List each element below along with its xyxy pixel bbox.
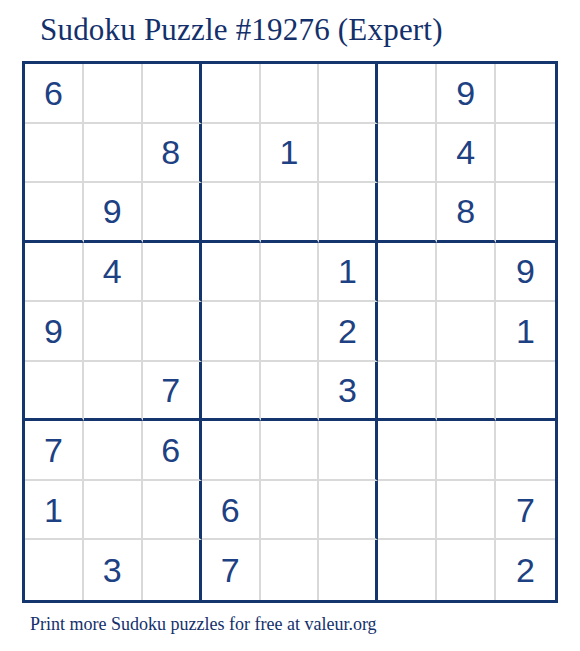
sudoku-cell-r3c4[interactable] <box>202 183 261 243</box>
sudoku-cell-r4c6[interactable]: 1 <box>319 243 378 303</box>
sudoku-cell-r1c6[interactable] <box>319 64 378 124</box>
sudoku-cell-r1c2[interactable] <box>84 64 143 124</box>
sudoku-cell-r5c3[interactable] <box>143 302 202 362</box>
sudoku-cell-r1c7[interactable] <box>378 64 437 124</box>
sudoku-cell-r7c3[interactable]: 6 <box>143 421 202 481</box>
sudoku-cell-r2c8[interactable]: 4 <box>437 124 496 184</box>
sudoku-cell-r3c3[interactable] <box>143 183 202 243</box>
sudoku-cell-r8c3[interactable] <box>143 481 202 541</box>
sudoku-cell-r7c9[interactable] <box>496 421 555 481</box>
sudoku-cell-r6c5[interactable] <box>261 362 320 422</box>
sudoku-cell-r6c3[interactable]: 7 <box>143 362 202 422</box>
sudoku-cell-r2c6[interactable] <box>319 124 378 184</box>
sudoku-cell-r1c9[interactable] <box>496 64 555 124</box>
sudoku-cell-r8c8[interactable] <box>437 481 496 541</box>
sudoku-cell-r9c9[interactable]: 2 <box>496 540 555 600</box>
sudoku-cell-r1c5[interactable] <box>261 64 320 124</box>
sudoku-cell-r6c4[interactable] <box>202 362 261 422</box>
sudoku-cell-r3c6[interactable] <box>319 183 378 243</box>
sudoku-cell-r3c7[interactable] <box>378 183 437 243</box>
sudoku-cell-r4c1[interactable] <box>25 243 84 303</box>
sudoku-cell-r5c8[interactable] <box>437 302 496 362</box>
sudoku-cell-r9c7[interactable] <box>378 540 437 600</box>
sudoku-cell-r6c8[interactable] <box>437 362 496 422</box>
sudoku-cell-r6c2[interactable] <box>84 362 143 422</box>
sudoku-cell-r5c5[interactable] <box>261 302 320 362</box>
sudoku-cell-r8c7[interactable] <box>378 481 437 541</box>
sudoku-cell-r2c3[interactable]: 8 <box>143 124 202 184</box>
sudoku-cell-r2c9[interactable] <box>496 124 555 184</box>
sudoku-cell-r5c4[interactable] <box>202 302 261 362</box>
sudoku-cell-r5c7[interactable] <box>378 302 437 362</box>
sudoku-cell-r9c3[interactable] <box>143 540 202 600</box>
sudoku-cell-r3c1[interactable] <box>25 183 84 243</box>
sudoku-cell-r7c7[interactable] <box>378 421 437 481</box>
sudoku-cell-r5c9[interactable]: 1 <box>496 302 555 362</box>
sudoku-cell-r7c8[interactable] <box>437 421 496 481</box>
sudoku-cell-r1c3[interactable] <box>143 64 202 124</box>
sudoku-cell-r2c2[interactable] <box>84 124 143 184</box>
sudoku-cell-r6c1[interactable] <box>25 362 84 422</box>
sudoku-cell-r9c2[interactable]: 3 <box>84 540 143 600</box>
sudoku-cell-r3c5[interactable] <box>261 183 320 243</box>
sudoku-cell-r5c6[interactable]: 2 <box>319 302 378 362</box>
sudoku-cell-r7c4[interactable] <box>202 421 261 481</box>
sudoku-cell-r1c4[interactable] <box>202 64 261 124</box>
sudoku-cell-r8c4[interactable]: 6 <box>202 481 261 541</box>
sudoku-cell-r3c2[interactable]: 9 <box>84 183 143 243</box>
sudoku-cell-r8c1[interactable]: 1 <box>25 481 84 541</box>
sudoku-cell-r9c6[interactable] <box>319 540 378 600</box>
sudoku-page: Sudoku Puzzle #19276 (Expert) 6981498419… <box>0 0 580 651</box>
sudoku-cell-r9c1[interactable] <box>25 540 84 600</box>
sudoku-cell-r7c6[interactable] <box>319 421 378 481</box>
sudoku-cell-r2c1[interactable] <box>25 124 84 184</box>
sudoku-cell-r4c8[interactable] <box>437 243 496 303</box>
sudoku-cell-r5c1[interactable]: 9 <box>25 302 84 362</box>
sudoku-cell-r4c3[interactable] <box>143 243 202 303</box>
sudoku-cell-r4c2[interactable]: 4 <box>84 243 143 303</box>
sudoku-cell-r2c5[interactable]: 1 <box>261 124 320 184</box>
sudoku-board: 69814984199217376167372 <box>22 61 558 603</box>
sudoku-cell-r8c6[interactable] <box>319 481 378 541</box>
sudoku-cell-r8c5[interactable] <box>261 481 320 541</box>
sudoku-cell-r8c2[interactable] <box>84 481 143 541</box>
sudoku-cell-r3c9[interactable] <box>496 183 555 243</box>
sudoku-cell-r6c7[interactable] <box>378 362 437 422</box>
sudoku-cell-r4c5[interactable] <box>261 243 320 303</box>
sudoku-cell-r9c5[interactable] <box>261 540 320 600</box>
page-title: Sudoku Puzzle #19276 (Expert) <box>40 12 443 48</box>
footer-text: Print more Sudoku puzzles for free at va… <box>30 614 377 635</box>
sudoku-cell-r9c8[interactable] <box>437 540 496 600</box>
sudoku-cell-r4c9[interactable]: 9 <box>496 243 555 303</box>
sudoku-cell-r1c8[interactable]: 9 <box>437 64 496 124</box>
sudoku-cell-r8c9[interactable]: 7 <box>496 481 555 541</box>
sudoku-cell-r1c1[interactable]: 6 <box>25 64 84 124</box>
sudoku-cell-r4c7[interactable] <box>378 243 437 303</box>
sudoku-cell-r9c4[interactable]: 7 <box>202 540 261 600</box>
sudoku-cell-r4c4[interactable] <box>202 243 261 303</box>
sudoku-cell-r7c1[interactable]: 7 <box>25 421 84 481</box>
sudoku-cell-r6c9[interactable] <box>496 362 555 422</box>
sudoku-cell-r2c4[interactable] <box>202 124 261 184</box>
sudoku-cell-r7c5[interactable] <box>261 421 320 481</box>
sudoku-cell-r3c8[interactable]: 8 <box>437 183 496 243</box>
sudoku-cell-r2c7[interactable] <box>378 124 437 184</box>
sudoku-cell-r6c6[interactable]: 3 <box>319 362 378 422</box>
sudoku-cell-r7c2[interactable] <box>84 421 143 481</box>
sudoku-cell-r5c2[interactable] <box>84 302 143 362</box>
